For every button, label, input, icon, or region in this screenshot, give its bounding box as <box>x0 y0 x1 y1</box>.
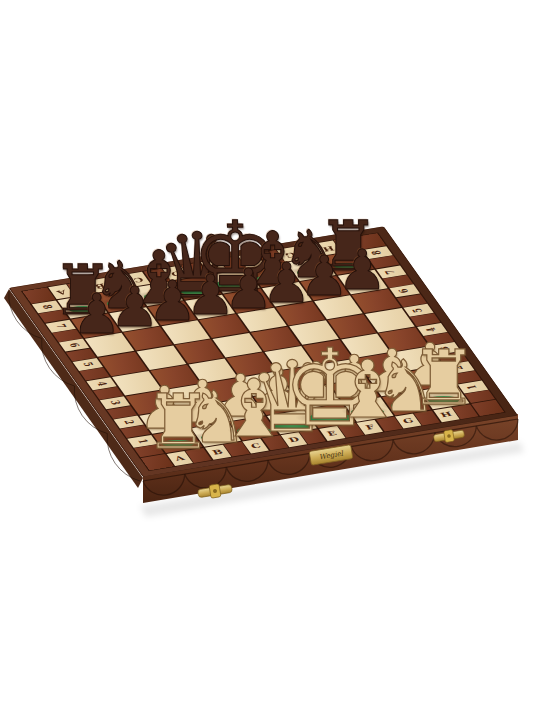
coordinate-label: 3 <box>109 400 123 406</box>
product-photo-stage: Wegiel ABCDEFGH ABCDEFGH 87654321 876543… <box>0 0 540 720</box>
coordinate-label: 2 <box>123 419 137 425</box>
piece-black-pawn-h7[interactable]: ♟ <box>337 243 386 298</box>
coordinate-label: 6 <box>397 288 411 294</box>
coordinate-label: 5 <box>82 361 96 367</box>
coordinate-label: 4 <box>95 381 109 387</box>
piece-white-rook-h1[interactable]: ♜ <box>410 341 478 417</box>
coordinate-label: 5 <box>411 307 425 313</box>
